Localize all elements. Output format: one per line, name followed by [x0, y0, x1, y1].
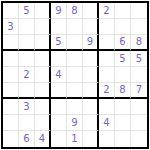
- sudoku-board: 5982359685524287394641: [1, 1, 149, 149]
- cell-r8c7[interactable]: 4: [99, 115, 115, 131]
- cell-r6c7[interactable]: 2: [99, 83, 115, 99]
- cell-r8c2[interactable]: [19, 115, 35, 131]
- cell-r5c4[interactable]: 4: [51, 67, 67, 83]
- cell-r1c4[interactable]: 9: [51, 3, 67, 19]
- cell-r6c6[interactable]: [83, 83, 99, 99]
- cell-r1c1[interactable]: [3, 3, 19, 19]
- cell-r5c2[interactable]: 2: [19, 67, 35, 83]
- cell-r4c9[interactable]: 5: [131, 51, 147, 67]
- cell-r6c1[interactable]: [3, 83, 19, 99]
- cell-r4c1[interactable]: [3, 51, 19, 67]
- cell-r7c4[interactable]: [51, 99, 67, 115]
- cell-r8c1[interactable]: [3, 115, 19, 131]
- cell-r4c2[interactable]: [19, 51, 35, 67]
- cell-r3c9[interactable]: 8: [131, 35, 147, 51]
- cell-r5c1[interactable]: [3, 67, 19, 83]
- cell-r3c1[interactable]: [3, 35, 19, 51]
- cell-r2c6[interactable]: [83, 19, 99, 35]
- cell-r1c3[interactable]: [35, 3, 51, 19]
- cell-r4c7[interactable]: [99, 51, 115, 67]
- cell-r1c5[interactable]: 8: [67, 3, 83, 19]
- cell-r2c5[interactable]: [67, 19, 83, 35]
- cell-r5c5[interactable]: [67, 67, 83, 83]
- cell-r9c2[interactable]: 6: [19, 131, 35, 147]
- cell-r8c9[interactable]: [131, 115, 147, 131]
- cell-r7c7[interactable]: [99, 99, 115, 115]
- cell-r9c4[interactable]: [51, 131, 67, 147]
- cell-r2c1[interactable]: 3: [3, 19, 19, 35]
- cell-r2c4[interactable]: [51, 19, 67, 35]
- cell-r2c3[interactable]: [35, 19, 51, 35]
- sudoku-page: 5982359685524287394641: [0, 0, 150, 150]
- cell-r1c6[interactable]: [83, 3, 99, 19]
- cell-r3c4[interactable]: 5: [51, 35, 67, 51]
- cell-r1c2[interactable]: 5: [19, 3, 35, 19]
- cell-r4c6[interactable]: [83, 51, 99, 67]
- cell-r9c1[interactable]: [3, 131, 19, 147]
- cell-r7c2[interactable]: 3: [19, 99, 35, 115]
- cell-r2c8[interactable]: [115, 19, 131, 35]
- cell-r1c8[interactable]: [115, 3, 131, 19]
- cell-r5c7[interactable]: [99, 67, 115, 83]
- cell-r3c6[interactable]: 9: [83, 35, 99, 51]
- cell-r7c3[interactable]: [35, 99, 51, 115]
- cell-r3c3[interactable]: [35, 35, 51, 51]
- cell-r7c5[interactable]: [67, 99, 83, 115]
- cell-r6c4[interactable]: [51, 83, 67, 99]
- cell-r1c7[interactable]: 2: [99, 3, 115, 19]
- cell-r9c3[interactable]: 4: [35, 131, 51, 147]
- cell-r8c3[interactable]: [35, 115, 51, 131]
- cell-r3c2[interactable]: [19, 35, 35, 51]
- cell-r6c3[interactable]: [35, 83, 51, 99]
- cell-r1c9[interactable]: [131, 3, 147, 19]
- cell-r8c8[interactable]: [115, 115, 131, 131]
- cell-r3c5[interactable]: [67, 35, 83, 51]
- cell-r4c3[interactable]: [35, 51, 51, 67]
- cell-r9c9[interactable]: [131, 131, 147, 147]
- cell-r9c7[interactable]: [99, 131, 115, 147]
- cell-r7c6[interactable]: [83, 99, 99, 115]
- cell-r3c7[interactable]: [99, 35, 115, 51]
- cell-r8c4[interactable]: [51, 115, 67, 131]
- cell-r2c9[interactable]: [131, 19, 147, 35]
- cell-r7c9[interactable]: [131, 99, 147, 115]
- cell-r5c9[interactable]: [131, 67, 147, 83]
- cell-r6c8[interactable]: 8: [115, 83, 131, 99]
- cell-r6c5[interactable]: [67, 83, 83, 99]
- cell-r2c7[interactable]: [99, 19, 115, 35]
- cell-r5c3[interactable]: [35, 67, 51, 83]
- cell-r9c8[interactable]: [115, 131, 131, 147]
- cell-r7c1[interactable]: [3, 99, 19, 115]
- cell-r4c8[interactable]: 5: [115, 51, 131, 67]
- cell-r4c4[interactable]: [51, 51, 67, 67]
- cell-r2c2[interactable]: [19, 19, 35, 35]
- cell-r9c6[interactable]: [83, 131, 99, 147]
- cell-r5c8[interactable]: [115, 67, 131, 83]
- cell-r8c5[interactable]: 9: [67, 115, 83, 131]
- cell-r9c5[interactable]: 1: [67, 131, 83, 147]
- cell-r6c2[interactable]: [19, 83, 35, 99]
- cell-r6c9[interactable]: 7: [131, 83, 147, 99]
- cell-r5c6[interactable]: [83, 67, 99, 83]
- cell-r7c8[interactable]: [115, 99, 131, 115]
- cell-r4c5[interactable]: [67, 51, 83, 67]
- cell-r3c8[interactable]: 6: [115, 35, 131, 51]
- cell-r8c6[interactable]: [83, 115, 99, 131]
